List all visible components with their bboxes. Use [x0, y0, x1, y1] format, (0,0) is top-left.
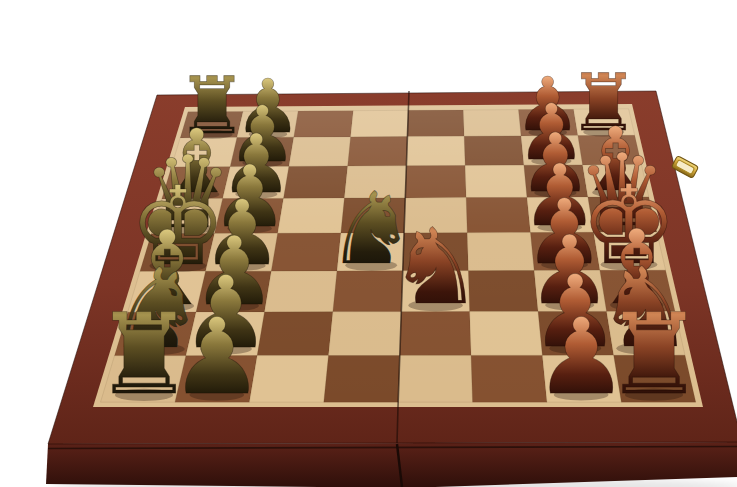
piece-white-pawn-h2[interactable]: ♟ [170, 295, 264, 418]
black-rook-icon: ♜ [604, 289, 704, 419]
piece-black-knight-f5[interactable]: ♞ [389, 206, 483, 328]
black-knight-icon: ♞ [389, 206, 483, 328]
piece-black-rook-h8[interactable]: ♜ [604, 289, 704, 419]
chess-set-product-photo: chess ♜♟♟♜♟♟♝♟♟♝♛♟♟♛♚♟♞♟♚♝♟♞♟♝♞♟♟♞♜♟♟♜ [40, 16, 737, 487]
white-pawn-icon: ♟ [170, 295, 264, 418]
chess-board-scene: chess ♜♟♟♜♟♟♝♟♟♝♛♟♟♛♚♟♞♟♚♝♟♞♟♝♞♟♟♞♜♟♟♜ [40, 16, 737, 487]
